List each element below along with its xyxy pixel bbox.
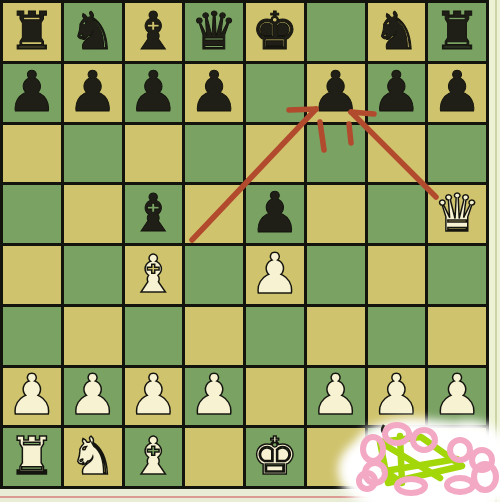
square-b3[interactable] [64,307,122,365]
square-d1[interactable] [185,428,243,486]
piece-white-pawn: ♟ [250,246,300,302]
square-c7[interactable]: ♟ [125,64,183,122]
piece-white-queen: ♛ [434,187,481,239]
square-g4[interactable] [368,246,426,304]
piece-black-rook: ♜ [9,5,56,57]
square-f6[interactable] [307,125,365,183]
piece-black-pawn: ♟ [371,64,421,120]
square-d6[interactable] [185,125,243,183]
square-d7[interactable]: ♟ [185,64,243,122]
piece-white-rook: ♜ [434,430,481,482]
square-b4[interactable] [64,246,122,304]
piece-white-pawn: ♟ [371,368,421,424]
piece-black-bishop: ♝ [130,5,177,57]
piece-white-pawn: ♟ [7,368,57,424]
piece-white-pawn: ♟ [189,368,239,424]
square-a5[interactable] [3,185,61,243]
right-margin [489,0,500,502]
square-f7[interactable]: ♟ [307,64,365,122]
bottom-margin-line [0,496,489,498]
page: ♜♞♝♛♚♞♜♟♟♟♟♟♟♟♝♟♛♝♟♟♟♟♟♟♟♟♜♞♝♚♞♜ [0,0,500,502]
square-f1[interactable] [307,428,365,486]
square-h2[interactable]: ♟ [428,368,486,426]
piece-white-knight: ♞ [373,430,420,482]
square-c1[interactable]: ♝ [125,428,183,486]
square-b7[interactable]: ♟ [64,64,122,122]
square-c6[interactable] [125,125,183,183]
piece-black-pawn: ♟ [189,64,239,120]
square-h6[interactable] [428,125,486,183]
square-d4[interactable] [185,246,243,304]
piece-black-pawn: ♟ [68,64,118,120]
square-b1[interactable]: ♞ [64,428,122,486]
square-h1[interactable]: ♜ [428,428,486,486]
square-b5[interactable] [64,185,122,243]
piece-white-pawn: ♟ [311,368,361,424]
piece-white-rook: ♜ [9,430,56,482]
piece-white-knight: ♞ [69,430,116,482]
square-g7[interactable]: ♟ [368,64,426,122]
piece-black-pawn: ♟ [128,64,178,120]
piece-black-bishop: ♝ [130,187,177,239]
square-f8[interactable] [307,3,365,61]
square-f2[interactable]: ♟ [307,368,365,426]
piece-white-bishop: ♝ [130,430,177,482]
square-e3[interactable] [246,307,304,365]
square-h3[interactable] [428,307,486,365]
piece-black-pawn: ♟ [7,64,57,120]
square-h7[interactable]: ♟ [428,64,486,122]
piece-black-knight: ♞ [69,5,116,57]
piece-black-rook: ♜ [434,5,481,57]
square-f4[interactable] [307,246,365,304]
square-g6[interactable] [368,125,426,183]
piece-white-pawn: ♟ [432,368,482,424]
square-h8[interactable]: ♜ [428,3,486,61]
piece-white-bishop: ♝ [130,248,177,300]
square-e6[interactable] [246,125,304,183]
piece-black-pawn: ♟ [432,64,482,120]
piece-black-queen: ♛ [191,5,238,57]
square-d8[interactable]: ♛ [185,3,243,61]
square-d3[interactable] [185,307,243,365]
square-g1[interactable]: ♞ [368,428,426,486]
square-f3[interactable] [307,307,365,365]
square-a6[interactable] [3,125,61,183]
square-a4[interactable] [3,246,61,304]
piece-black-king: ♚ [252,5,299,57]
square-h4[interactable] [428,246,486,304]
square-g8[interactable]: ♞ [368,3,426,61]
square-a2[interactable]: ♟ [3,368,61,426]
square-e1[interactable]: ♚ [246,428,304,486]
square-b6[interactable] [64,125,122,183]
square-a3[interactable] [3,307,61,365]
right-margin-line [495,0,497,502]
square-c2[interactable]: ♟ [125,368,183,426]
piece-black-pawn: ♟ [311,64,361,120]
square-e2[interactable] [246,368,304,426]
square-b8[interactable]: ♞ [64,3,122,61]
square-e8[interactable]: ♚ [246,3,304,61]
piece-white-king: ♚ [252,430,299,482]
piece-black-pawn: ♟ [250,185,300,241]
square-a7[interactable]: ♟ [3,64,61,122]
piece-white-pawn: ♟ [68,368,118,424]
square-b2[interactable]: ♟ [64,368,122,426]
square-a8[interactable]: ♜ [3,3,61,61]
square-c5[interactable]: ♝ [125,185,183,243]
square-e5[interactable]: ♟ [246,185,304,243]
square-a1[interactable]: ♜ [3,428,61,486]
square-d5[interactable] [185,185,243,243]
square-c3[interactable] [125,307,183,365]
piece-black-knight: ♞ [373,5,420,57]
square-g5[interactable] [368,185,426,243]
square-f5[interactable] [307,185,365,243]
square-c8[interactable]: ♝ [125,3,183,61]
square-e4[interactable]: ♟ [246,246,304,304]
chess-board[interactable]: ♜♞♝♛♚♞♜♟♟♟♟♟♟♟♝♟♛♝♟♟♟♟♟♟♟♟♜♞♝♚♞♜ [0,0,489,489]
piece-white-pawn: ♟ [128,368,178,424]
square-g2[interactable]: ♟ [368,368,426,426]
bottom-margin [0,489,489,502]
square-c4[interactable]: ♝ [125,246,183,304]
square-e7[interactable] [246,64,304,122]
square-h5[interactable]: ♛ [428,185,486,243]
square-d2[interactable]: ♟ [185,368,243,426]
square-g3[interactable] [368,307,426,365]
